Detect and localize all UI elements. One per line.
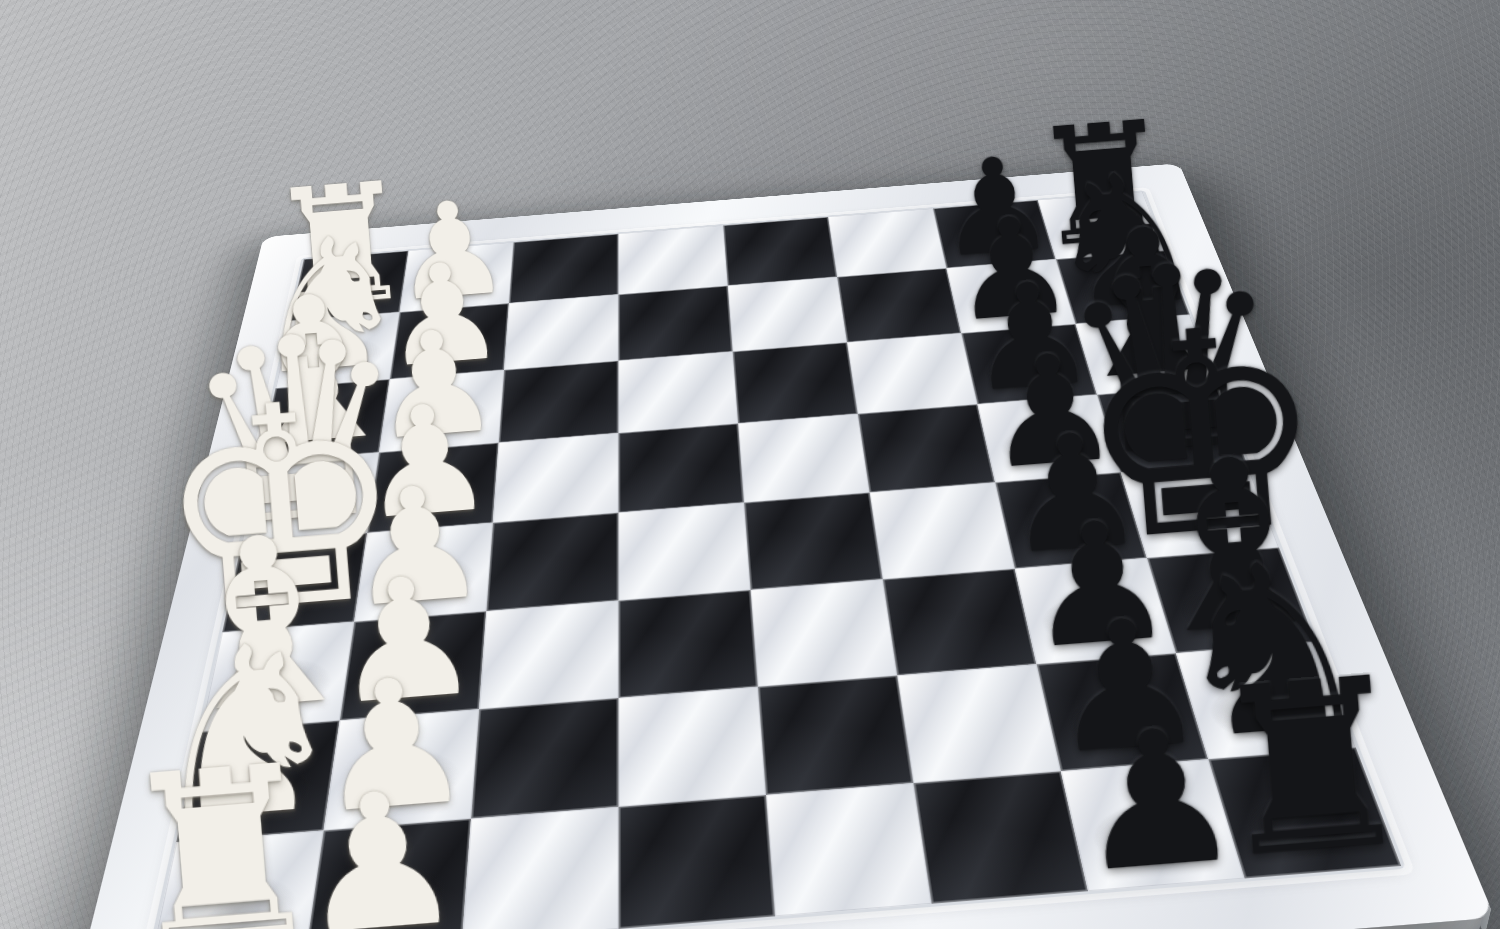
- square-b6: [837, 268, 961, 342]
- square-g4: [618, 686, 765, 806]
- square-d6: [858, 404, 995, 492]
- square-e4: [618, 502, 750, 600]
- square-h7: ♟: [1061, 759, 1245, 891]
- chess-board-slab: ♜♟♟♜♞♟♟♞♝♟♟♝♛♟♟♛♚♟♟♚♝♟♟♝♞♟♟♞♜♟♟♜: [64, 163, 1495, 929]
- square-c4: [618, 351, 738, 433]
- square-a6: [828, 208, 946, 276]
- scene-tilt: ♜♟♟♜♞♟♟♞♝♟♟♝♛♟♟♛♚♟♟♚♝♟♟♝♞♟♟♞♜♟♟♜: [0, 0, 1500, 929]
- chess-board: ♜♟♟♜♞♟♟♞♝♟♟♝♛♟♟♛♚♟♟♚♝♟♟♝♞♟♟♞♜♟♟♜: [149, 191, 1401, 929]
- square-h3: [462, 806, 619, 929]
- square-h4: [618, 794, 775, 928]
- square-d3: [493, 433, 619, 523]
- square-g5: [758, 675, 914, 794]
- square-f5: [751, 579, 898, 686]
- square-f6: [883, 568, 1037, 675]
- concrete-surface: ♜♟♟♜♞♟♟♞♝♟♟♝♛♟♟♛♚♟♟♚♝♟♟♝♞♟♟♞♜♟♟♜: [0, 0, 1500, 929]
- square-e5: [744, 492, 883, 589]
- square-a5: [723, 217, 837, 286]
- square-g3: [471, 697, 618, 818]
- square-b3: [504, 294, 618, 369]
- square-c6: [847, 333, 977, 414]
- square-h2: ♟: [305, 818, 471, 929]
- square-b5: [728, 277, 847, 352]
- square-f4: [618, 589, 757, 697]
- square-b4: [618, 285, 732, 360]
- square-c3: [499, 360, 619, 442]
- square-a3: [509, 233, 618, 302]
- square-h6: [913, 771, 1088, 904]
- square-e3: [486, 512, 618, 610]
- white-pawn-h2: ♟: [290, 781, 468, 929]
- square-d5: [738, 413, 870, 502]
- square-a4: [618, 225, 727, 294]
- square-e6: [870, 482, 1015, 579]
- square-d4: [618, 423, 744, 512]
- square-g6: [897, 664, 1061, 783]
- black-pawn-h7: ♟: [1068, 718, 1246, 880]
- square-h5: [766, 782, 932, 915]
- camera-perspective: ♜♟♟♜♞♟♟♞♝♟♟♝♛♟♟♛♚♟♟♚♝♟♟♝♞♟♟♞♜♟♟♜: [0, 0, 1500, 929]
- square-f3: [479, 600, 618, 709]
- square-c5: [733, 342, 858, 423]
